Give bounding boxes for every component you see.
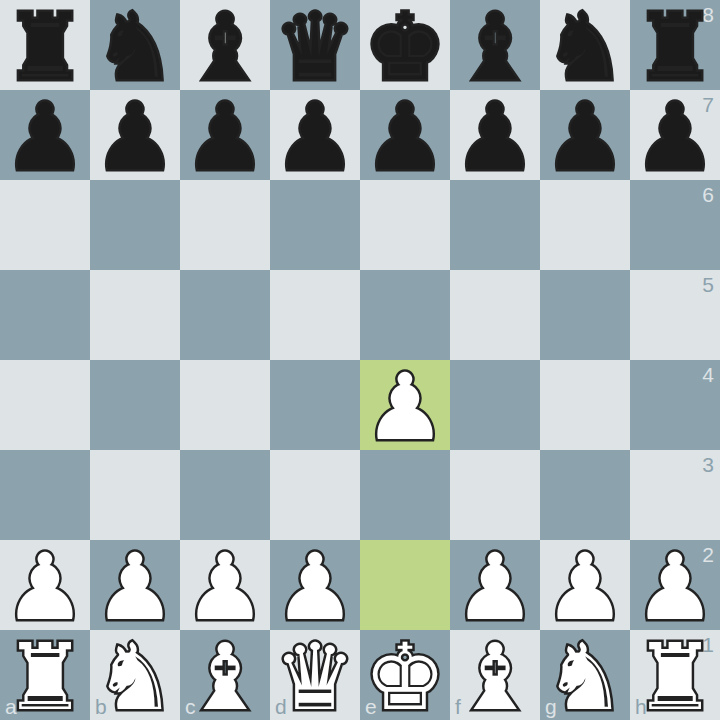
- square-a8[interactable]: ♜♜: [0, 0, 90, 90]
- black-pawn-icon[interactable]: ♟♟: [270, 90, 360, 180]
- square-h4[interactable]: 4: [630, 360, 720, 450]
- piece-fill: ♟: [630, 543, 720, 633]
- white-rook-icon[interactable]: ♜♜: [630, 630, 720, 720]
- square-d8[interactable]: ♛♛: [270, 0, 360, 90]
- piece-fill: ♜: [630, 3, 720, 93]
- piece-fill: ♜: [0, 3, 90, 93]
- piece-fill: ♟: [270, 543, 360, 633]
- square-h7[interactable]: 7♟♟: [630, 90, 720, 180]
- square-g6[interactable]: [540, 180, 630, 270]
- white-pawn-icon[interactable]: ♟♟: [450, 540, 540, 630]
- square-g3[interactable]: [540, 450, 630, 540]
- square-e5[interactable]: [360, 270, 450, 360]
- black-pawn-icon[interactable]: ♟♟: [450, 90, 540, 180]
- square-d4[interactable]: [270, 360, 360, 450]
- square-c4[interactable]: [180, 360, 270, 450]
- square-g8[interactable]: ♞♞: [540, 0, 630, 90]
- square-c7[interactable]: ♟♟: [180, 90, 270, 180]
- piece-fill: ♝: [180, 3, 270, 93]
- piece-fill: ♛: [270, 3, 360, 93]
- piece-fill: ♚: [360, 633, 450, 720]
- piece-fill: ♟: [270, 93, 360, 183]
- square-h2[interactable]: 2♟♟: [630, 540, 720, 630]
- rank-label-3: 3: [702, 454, 714, 475]
- rank-label-4: 4: [702, 364, 714, 385]
- piece-fill: ♟: [360, 363, 450, 453]
- square-f5[interactable]: [450, 270, 540, 360]
- white-knight-icon[interactable]: ♞♞: [540, 630, 630, 720]
- piece-fill: ♟: [540, 93, 630, 183]
- square-g5[interactable]: [540, 270, 630, 360]
- piece-fill: ♞: [540, 633, 630, 720]
- square-d2[interactable]: ♟♟: [270, 540, 360, 630]
- square-f8[interactable]: ♝♝: [450, 0, 540, 90]
- square-c2[interactable]: ♟♟: [180, 540, 270, 630]
- black-king-icon[interactable]: ♚♚: [360, 0, 450, 90]
- white-pawn-icon[interactable]: ♟♟: [540, 540, 630, 630]
- square-b3[interactable]: [90, 450, 180, 540]
- square-d5[interactable]: [270, 270, 360, 360]
- white-knight-icon[interactable]: ♞♞: [90, 630, 180, 720]
- piece-fill: ♚: [360, 3, 450, 93]
- white-pawn-icon[interactable]: ♟♟: [0, 540, 90, 630]
- square-c8[interactable]: ♝♝: [180, 0, 270, 90]
- black-rook-icon[interactable]: ♜♜: [630, 0, 720, 90]
- square-b6[interactable]: [90, 180, 180, 270]
- square-b4[interactable]: [90, 360, 180, 450]
- black-bishop-icon[interactable]: ♝♝: [450, 0, 540, 90]
- square-b2[interactable]: ♟♟: [90, 540, 180, 630]
- square-c1[interactable]: c♝♝: [180, 630, 270, 720]
- square-h1[interactable]: h1♜♜: [630, 630, 720, 720]
- piece-fill: ♟: [360, 93, 450, 183]
- black-knight-icon[interactable]: ♞♞: [90, 0, 180, 90]
- square-b7[interactable]: ♟♟: [90, 90, 180, 180]
- piece-fill: ♟: [90, 543, 180, 633]
- black-pawn-icon[interactable]: ♟♟: [180, 90, 270, 180]
- white-pawn-icon[interactable]: ♟♟: [180, 540, 270, 630]
- square-e2[interactable]: [360, 540, 450, 630]
- square-b8[interactable]: ♞♞: [90, 0, 180, 90]
- square-e8[interactable]: ♚♚: [360, 0, 450, 90]
- square-a1[interactable]: a♜♜: [0, 630, 90, 720]
- square-e6[interactable]: [360, 180, 450, 270]
- square-a4[interactable]: [0, 360, 90, 450]
- square-a6[interactable]: [0, 180, 90, 270]
- piece-fill: ♝: [450, 633, 540, 720]
- square-c3[interactable]: [180, 450, 270, 540]
- square-d7[interactable]: ♟♟: [270, 90, 360, 180]
- chess-board: ♜♜♞♞♝♝♛♛♚♚♝♝♞♞8♜♜♟♟♟♟♟♟♟♟♟♟♟♟♟♟7♟♟65♟♟43…: [0, 0, 720, 720]
- square-f4[interactable]: [450, 360, 540, 450]
- piece-fill: ♟: [540, 543, 630, 633]
- square-e4[interactable]: ♟♟: [360, 360, 450, 450]
- piece-fill: ♟: [90, 93, 180, 183]
- square-g7[interactable]: ♟♟: [540, 90, 630, 180]
- black-bishop-icon[interactable]: ♝♝: [180, 0, 270, 90]
- square-f2[interactable]: ♟♟: [450, 540, 540, 630]
- square-a3[interactable]: [0, 450, 90, 540]
- piece-fill: ♟: [180, 93, 270, 183]
- square-g1[interactable]: g♞♞: [540, 630, 630, 720]
- piece-fill: ♞: [90, 633, 180, 720]
- rank-label-5: 5: [702, 274, 714, 295]
- white-king-icon[interactable]: ♚♚: [360, 630, 450, 720]
- piece-fill: ♜: [0, 633, 90, 720]
- black-pawn-icon[interactable]: ♟♟: [630, 90, 720, 180]
- square-c6[interactable]: [180, 180, 270, 270]
- square-b1[interactable]: b♞♞: [90, 630, 180, 720]
- piece-fill: ♛: [270, 633, 360, 720]
- black-pawn-icon[interactable]: ♟♟: [90, 90, 180, 180]
- white-pawn-icon[interactable]: ♟♟: [630, 540, 720, 630]
- black-queen-icon[interactable]: ♛♛: [270, 0, 360, 90]
- white-pawn-icon[interactable]: ♟♟: [270, 540, 360, 630]
- white-bishop-icon[interactable]: ♝♝: [180, 630, 270, 720]
- white-queen-icon[interactable]: ♛♛: [270, 630, 360, 720]
- square-f3[interactable]: [450, 450, 540, 540]
- square-e3[interactable]: [360, 450, 450, 540]
- square-e1[interactable]: e♚♚: [360, 630, 450, 720]
- square-a5[interactable]: [0, 270, 90, 360]
- black-rook-icon[interactable]: ♜♜: [0, 0, 90, 90]
- square-a7[interactable]: ♟♟: [0, 90, 90, 180]
- white-bishop-icon[interactable]: ♝♝: [450, 630, 540, 720]
- square-g2[interactable]: ♟♟: [540, 540, 630, 630]
- piece-fill: ♞: [540, 3, 630, 93]
- black-pawn-icon[interactable]: ♟♟: [0, 90, 90, 180]
- black-pawn-icon[interactable]: ♟♟: [540, 90, 630, 180]
- piece-fill: ♟: [630, 93, 720, 183]
- square-d6[interactable]: [270, 180, 360, 270]
- square-h3[interactable]: 3: [630, 450, 720, 540]
- square-f6[interactable]: [450, 180, 540, 270]
- piece-fill: ♟: [450, 543, 540, 633]
- square-h8[interactable]: 8♜♜: [630, 0, 720, 90]
- piece-fill: ♞: [90, 3, 180, 93]
- square-h6[interactable]: 6: [630, 180, 720, 270]
- white-pawn-icon[interactable]: ♟♟: [90, 540, 180, 630]
- piece-fill: ♟: [180, 543, 270, 633]
- square-g4[interactable]: [540, 360, 630, 450]
- square-f7[interactable]: ♟♟: [450, 90, 540, 180]
- piece-fill: ♜: [630, 633, 720, 720]
- square-d3[interactable]: [270, 450, 360, 540]
- piece-fill: ♟: [450, 93, 540, 183]
- square-c5[interactable]: [180, 270, 270, 360]
- piece-fill: ♝: [450, 3, 540, 93]
- square-a2[interactable]: ♟♟: [0, 540, 90, 630]
- black-knight-icon[interactable]: ♞♞: [540, 0, 630, 90]
- square-h5[interactable]: 5: [630, 270, 720, 360]
- piece-fill: ♝: [180, 633, 270, 720]
- square-d1[interactable]: d♛♛: [270, 630, 360, 720]
- square-f1[interactable]: f♝♝: [450, 630, 540, 720]
- square-e7[interactable]: ♟♟: [360, 90, 450, 180]
- piece-fill: ♟: [0, 93, 90, 183]
- piece-fill: ♟: [0, 543, 90, 633]
- square-b5[interactable]: [90, 270, 180, 360]
- white-pawn-icon[interactable]: ♟♟: [360, 360, 450, 450]
- white-rook-icon[interactable]: ♜♜: [0, 630, 90, 720]
- black-pawn-icon[interactable]: ♟♟: [360, 90, 450, 180]
